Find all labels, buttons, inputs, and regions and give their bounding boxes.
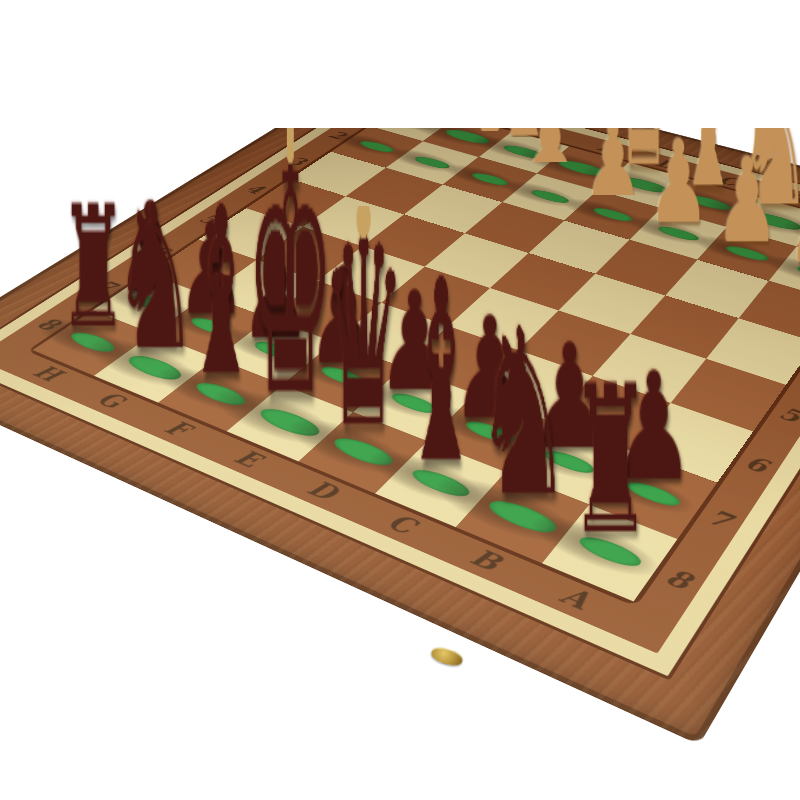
queen-finial-ball (357, 198, 371, 237)
product-photo-scene: ♜♞♝♚♛♝♞♜♟♟♟♟♟♟♟♟♟♟♟♟♟♟♟♟♜♞♝♚♛♝♞♜ HHGGFFE… (0, 0, 800, 800)
board-squares: ♜♞♝♚♛♝♞♜♟♟♟♟♟♟♟♟♟♟♟♟♟♟♟♟♜♞♝♚♛♝♞♜ (33, 102, 800, 601)
brass-latch (430, 645, 465, 669)
black-rook-a8[interactable]: ♜ (417, 358, 800, 562)
chess-board[interactable]: ♜♞♝♚♛♝♞♜♟♟♟♟♟♟♟♟♟♟♟♟♟♟♟♟♜♞♝♚♛♝♞♜ HHGGFFE… (0, 60, 800, 745)
background-crop-overlay (0, 0, 800, 128)
